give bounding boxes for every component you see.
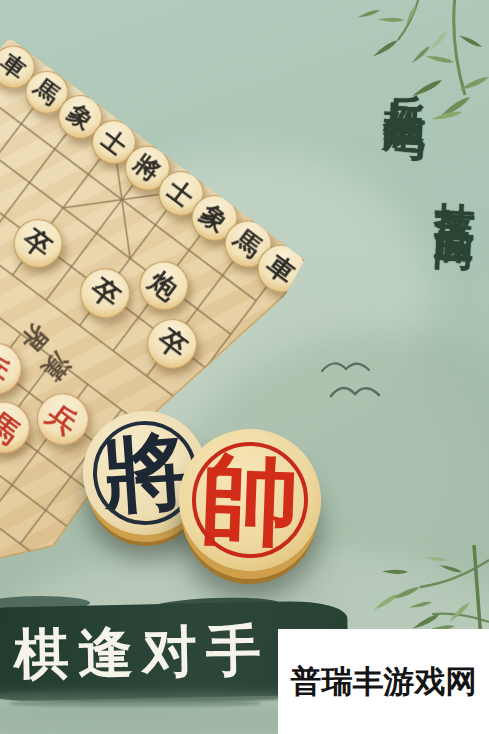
shuai-glyph: 帥 — [199, 449, 300, 550]
poster: 界漢 車馬象士將士象馬車炮卒卒卒兵兵馬 將 帥 兵挺炮鸣 技艺盖世间 棋逢对手 … — [0, 0, 489, 734]
ink-drybrush-streak — [0, 690, 295, 702]
ink-drybrush-streak — [10, 700, 260, 707]
jiang-glyph: 將 — [100, 428, 190, 518]
watermark-text: 普瑞丰游戏网 — [291, 661, 477, 703]
ink-splash — [0, 596, 90, 610]
banner-title: 棋逢对手 — [13, 614, 270, 692]
watermark-box: 普瑞丰游戏网 — [278, 629, 489, 734]
flying-birds-icon — [322, 363, 379, 396]
ink-splash — [150, 596, 280, 617]
